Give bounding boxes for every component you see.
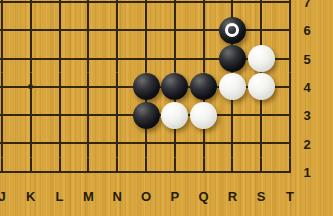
board-cell[interactable] — [45, 0, 74, 16]
board-cell[interactable] — [45, 44, 74, 72]
board-cell[interactable] — [160, 158, 189, 186]
board-cell[interactable] — [276, 16, 305, 44]
board-cell[interactable] — [189, 0, 218, 16]
board-cell[interactable] — [189, 16, 218, 44]
board-cell[interactable] — [218, 0, 247, 16]
board-cell[interactable] — [276, 0, 305, 16]
board-cell[interactable] — [276, 73, 305, 101]
board-cell[interactable] — [247, 158, 276, 186]
last-move-marker — [225, 23, 239, 37]
board-cell[interactable] — [45, 73, 74, 101]
board-cell[interactable] — [74, 73, 103, 101]
board-cell[interactable] — [0, 158, 16, 186]
board-cell[interactable] — [160, 129, 189, 157]
board-cell[interactable] — [132, 44, 161, 72]
board-cell[interactable] — [247, 16, 276, 44]
stone-white — [248, 45, 275, 72]
star-point — [28, 84, 33, 89]
column-label: Q — [199, 189, 209, 204]
board-cell[interactable] — [0, 129, 16, 157]
row-label: 3 — [303, 108, 310, 123]
board-cell[interactable] — [160, 44, 189, 72]
board-cell[interactable] — [16, 101, 45, 129]
board-cell[interactable] — [247, 0, 276, 16]
board-cell[interactable] — [160, 0, 189, 16]
column-label: O — [141, 189, 151, 204]
board-cell[interactable] — [247, 101, 276, 129]
column-label: S — [257, 189, 266, 204]
board-cell[interactable] — [16, 44, 45, 72]
board-cell[interactable] — [45, 158, 74, 186]
board-cell[interactable] — [0, 101, 16, 129]
board-cell[interactable] — [16, 129, 45, 157]
go-board-screenshot: JKLMNOPQRST 7654321 — [0, 0, 333, 216]
stone-black — [133, 73, 160, 100]
board-cell[interactable] — [189, 129, 218, 157]
board-cell[interactable] — [103, 158, 132, 186]
board-cell[interactable] — [132, 129, 161, 157]
stone-black — [219, 45, 246, 72]
board-cell[interactable] — [276, 101, 305, 129]
column-label: M — [83, 189, 94, 204]
board-cell[interactable] — [103, 44, 132, 72]
stone-white — [161, 102, 188, 129]
board-cell[interactable] — [45, 16, 74, 44]
board-cell[interactable] — [0, 16, 16, 44]
board-cell[interactable] — [74, 44, 103, 72]
board-cell[interactable] — [132, 0, 161, 16]
board-cell[interactable] — [103, 129, 132, 157]
column-label: R — [228, 189, 237, 204]
board-cell[interactable] — [0, 44, 16, 72]
board-cell[interactable] — [0, 73, 16, 101]
board-cell[interactable] — [45, 129, 74, 157]
board-cell[interactable] — [218, 101, 247, 129]
board-cell[interactable] — [16, 158, 45, 186]
board-cell[interactable] — [218, 158, 247, 186]
board-cell[interactable] — [45, 101, 74, 129]
board-cell[interactable] — [132, 158, 161, 186]
column-label: T — [286, 189, 294, 204]
board-cell[interactable] — [74, 101, 103, 129]
board-cell[interactable] — [16, 16, 45, 44]
stone-white — [190, 102, 217, 129]
board-cell[interactable] — [189, 158, 218, 186]
board-cell[interactable] — [276, 44, 305, 72]
board-cell[interactable] — [276, 158, 305, 186]
board-cell[interactable] — [74, 0, 103, 16]
column-label: N — [112, 189, 121, 204]
board-cell[interactable] — [74, 16, 103, 44]
stone-white — [248, 73, 275, 100]
column-label: P — [170, 189, 179, 204]
row-label: 5 — [303, 51, 310, 66]
board-cell[interactable] — [0, 0, 16, 16]
column-label: K — [26, 189, 35, 204]
row-label: 7 — [303, 0, 310, 10]
board-cell[interactable] — [74, 158, 103, 186]
column-label: J — [0, 189, 6, 204]
row-label: 4 — [303, 79, 310, 94]
board-cell[interactable] — [103, 101, 132, 129]
board-cell[interactable] — [247, 129, 276, 157]
board-cell[interactable] — [132, 16, 161, 44]
stone-black — [133, 102, 160, 129]
board-cell[interactable] — [160, 16, 189, 44]
board-cell[interactable] — [16, 73, 45, 101]
row-label: 1 — [303, 164, 310, 179]
row-label: 2 — [303, 136, 310, 151]
column-label: L — [56, 189, 64, 204]
board-cell[interactable] — [74, 129, 103, 157]
board-cell[interactable] — [103, 16, 132, 44]
board-cell[interactable] — [189, 44, 218, 72]
board-cell[interactable] — [16, 0, 45, 16]
row-label: 6 — [303, 23, 310, 38]
board-cell[interactable] — [103, 73, 132, 101]
stone-black — [219, 17, 246, 44]
board-cell[interactable] — [276, 129, 305, 157]
board-cell[interactable] — [103, 0, 132, 16]
board-cell[interactable] — [218, 129, 247, 157]
